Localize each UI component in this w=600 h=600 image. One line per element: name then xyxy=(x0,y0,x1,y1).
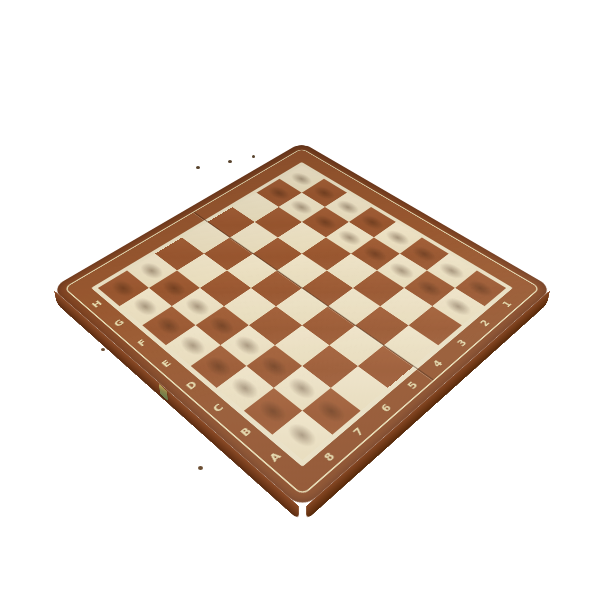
debris-speck xyxy=(228,160,232,163)
chess-board-3d: ♜♞♝♚♛♝♞♜♟♟♟♟♟♟♟♟♟♟♟♟♟♟♟♟♜♞♝♚♛♝♞♜ HGFEDCB… xyxy=(52,142,553,509)
chess-board: ♜♞♝♚♛♝♞♜♟♟♟♟♟♟♟♟♟♟♟♟♟♟♟♟♜♞♝♚♛♝♞♜ HGFEDCB… xyxy=(52,142,553,509)
product-photo-scene: ♜♞♝♚♛♝♞♜♟♟♟♟♟♟♟♟♟♟♟♟♟♟♟♟♜♞♝♚♛♝♞♜ HGFEDCB… xyxy=(0,0,600,600)
debris-speck xyxy=(101,348,105,351)
debris-speck xyxy=(252,155,255,158)
debris-speck xyxy=(198,466,203,470)
debris-speck xyxy=(196,166,200,169)
